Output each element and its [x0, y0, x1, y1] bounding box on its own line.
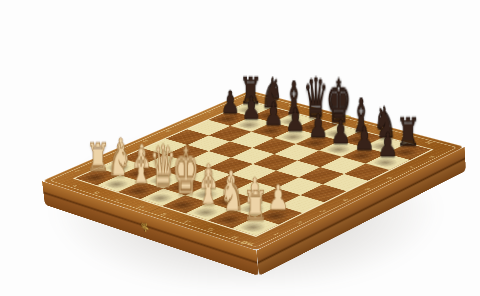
brass-clasp-icon: ⚜	[138, 217, 150, 236]
photo-stage: ABCDEFGH ABCDEFGH 87654321 87654321 gn ♜…	[0, 0, 480, 296]
piece-white-rook-h1[interactable]: ♜	[234, 185, 277, 226]
piece-black-pawn-h7[interactable]: ♟	[369, 129, 406, 162]
